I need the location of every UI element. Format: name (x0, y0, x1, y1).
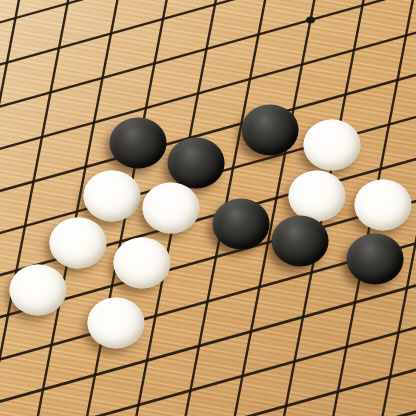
white-stone[interactable] (289, 171, 346, 222)
white-stone[interactable] (50, 218, 107, 269)
white-stone[interactable] (114, 238, 171, 289)
white-stone[interactable] (84, 171, 141, 222)
white-stone[interactable] (355, 180, 412, 231)
black-stone[interactable] (110, 118, 167, 169)
black-stone[interactable] (168, 138, 225, 189)
go-board[interactable] (0, 0, 416, 416)
black-stone[interactable] (272, 216, 329, 267)
black-stone[interactable] (347, 234, 404, 285)
white-stone[interactable] (304, 120, 361, 171)
white-stone[interactable] (88, 298, 145, 349)
stones-layer (0, 0, 416, 416)
black-stone[interactable] (213, 199, 270, 250)
white-stone[interactable] (10, 265, 67, 316)
white-stone[interactable] (143, 183, 200, 234)
black-stone[interactable] (242, 105, 299, 156)
